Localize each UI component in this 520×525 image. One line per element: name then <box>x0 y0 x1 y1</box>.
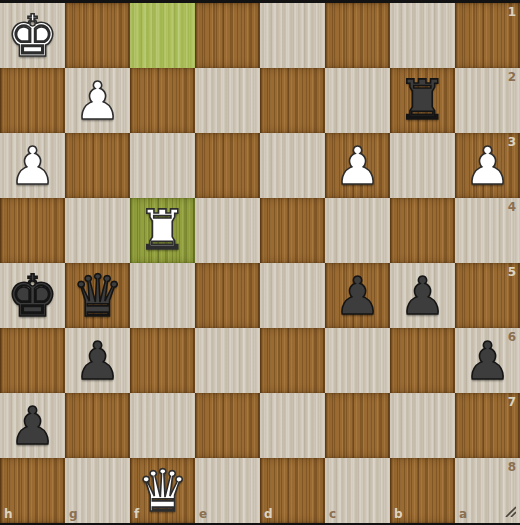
square-a6[interactable]: 6♟ <box>455 328 520 393</box>
piece-white-rook-f4[interactable]: ♜ <box>130 198 195 263</box>
square-a3[interactable]: 3♟ <box>455 133 520 198</box>
piece-white-pawn-a3[interactable]: ♟ <box>455 133 520 198</box>
square-d4[interactable] <box>260 198 325 263</box>
square-c6[interactable] <box>325 328 390 393</box>
square-e3[interactable] <box>195 133 260 198</box>
square-c4[interactable] <box>325 198 390 263</box>
square-b2[interactable]: ♜ <box>390 68 455 133</box>
resize-handle-icon[interactable] <box>503 504 516 517</box>
square-e1[interactable] <box>195 3 260 68</box>
square-d1[interactable] <box>260 3 325 68</box>
square-b7[interactable] <box>390 393 455 458</box>
square-a5[interactable]: 5 <box>455 263 520 328</box>
rank-label-5: 5 <box>508 266 516 278</box>
piece-white-pawn-c3[interactable]: ♟ <box>325 133 390 198</box>
square-f6[interactable] <box>130 328 195 393</box>
square-g8[interactable]: g <box>65 458 130 523</box>
square-c7[interactable] <box>325 393 390 458</box>
piece-white-pawn-h3[interactable]: ♟ <box>0 133 65 198</box>
square-g7[interactable] <box>65 393 130 458</box>
square-f3[interactable] <box>130 133 195 198</box>
square-d2[interactable] <box>260 68 325 133</box>
piece-white-king-h1[interactable]: ♚ <box>0 3 65 68</box>
square-f8[interactable]: f♛ <box>130 458 195 523</box>
square-b1[interactable] <box>390 3 455 68</box>
piece-white-pawn-g2[interactable]: ♟ <box>65 68 130 133</box>
piece-black-queen-g5[interactable]: ♛ <box>65 263 130 328</box>
square-e5[interactable] <box>195 263 260 328</box>
square-e2[interactable] <box>195 68 260 133</box>
piece-black-pawn-c5[interactable]: ♟ <box>325 263 390 328</box>
square-g3[interactable] <box>65 133 130 198</box>
piece-black-king-h5[interactable]: ♚ <box>0 263 65 328</box>
square-c1[interactable] <box>325 3 390 68</box>
square-a2[interactable]: 2 <box>455 68 520 133</box>
square-h1[interactable]: ♚ <box>0 3 65 68</box>
square-c5[interactable]: ♟ <box>325 263 390 328</box>
square-e7[interactable] <box>195 393 260 458</box>
square-f5[interactable] <box>130 263 195 328</box>
square-d8[interactable]: d <box>260 458 325 523</box>
square-e8[interactable]: e <box>195 458 260 523</box>
square-g2[interactable]: ♟ <box>65 68 130 133</box>
file-label-c: c <box>329 508 336 520</box>
square-e4[interactable] <box>195 198 260 263</box>
square-b4[interactable] <box>390 198 455 263</box>
square-a7[interactable]: 7 <box>455 393 520 458</box>
square-f2[interactable] <box>130 68 195 133</box>
rank-label-8: 8 <box>508 461 516 473</box>
square-d6[interactable] <box>260 328 325 393</box>
piece-white-queen-f8[interactable]: ♛ <box>130 458 195 523</box>
square-a4[interactable]: 4 <box>455 198 520 263</box>
rank-label-4: 4 <box>508 201 516 213</box>
square-a1[interactable]: 1 <box>455 3 520 68</box>
square-h8[interactable]: h <box>0 458 65 523</box>
square-h5[interactable]: ♚ <box>0 263 65 328</box>
square-c2[interactable] <box>325 68 390 133</box>
rank-label-7: 7 <box>508 396 516 408</box>
square-e6[interactable] <box>195 328 260 393</box>
square-c8[interactable]: c <box>325 458 390 523</box>
file-label-d: d <box>264 508 273 520</box>
chess-board: ♚1♟♜2♟♟3♟♜4♚♛♟♟5♟6♟♟7hgf♛edcb8a <box>0 3 520 523</box>
square-h4[interactable] <box>0 198 65 263</box>
square-d3[interactable] <box>260 133 325 198</box>
file-label-g: g <box>69 508 78 520</box>
piece-black-pawn-a6[interactable]: ♟ <box>455 328 520 393</box>
piece-black-pawn-h7[interactable]: ♟ <box>0 393 65 458</box>
square-h2[interactable] <box>0 68 65 133</box>
file-label-e: e <box>199 508 207 520</box>
piece-black-rook-b2[interactable]: ♜ <box>390 68 455 133</box>
square-b5[interactable]: ♟ <box>390 263 455 328</box>
square-g4[interactable] <box>65 198 130 263</box>
square-h7[interactable]: ♟ <box>0 393 65 458</box>
square-g6[interactable]: ♟ <box>65 328 130 393</box>
square-f7[interactable] <box>130 393 195 458</box>
piece-black-pawn-g6[interactable]: ♟ <box>65 328 130 393</box>
square-c3[interactable]: ♟ <box>325 133 390 198</box>
square-f1[interactable] <box>130 3 195 68</box>
square-b8[interactable]: b <box>390 458 455 523</box>
file-label-a: a <box>459 508 467 520</box>
square-g1[interactable] <box>65 3 130 68</box>
chess-app-window: ♚1♟♜2♟♟3♟♜4♚♛♟♟5♟6♟♟7hgf♛edcb8a <box>0 0 520 525</box>
square-g5[interactable]: ♛ <box>65 263 130 328</box>
file-label-b: b <box>394 508 403 520</box>
square-h6[interactable] <box>0 328 65 393</box>
square-h3[interactable]: ♟ <box>0 133 65 198</box>
piece-black-pawn-b5[interactable]: ♟ <box>390 263 455 328</box>
square-f4[interactable]: ♜ <box>130 198 195 263</box>
square-d7[interactable] <box>260 393 325 458</box>
square-d5[interactable] <box>260 263 325 328</box>
square-b3[interactable] <box>390 133 455 198</box>
square-b6[interactable] <box>390 328 455 393</box>
rank-label-2: 2 <box>508 71 516 83</box>
rank-label-1: 1 <box>508 6 516 18</box>
file-label-h: h <box>4 508 13 520</box>
